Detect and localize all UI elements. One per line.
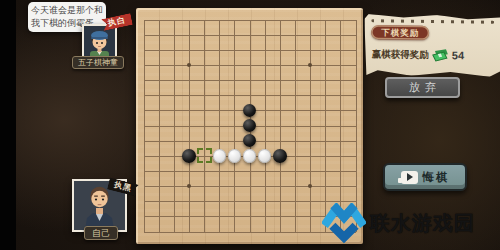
watermark-brand: 联水游戏园	[370, 210, 475, 237]
reward-description: 赢棋获得奖励	[372, 48, 429, 62]
grid-line	[310, 20, 311, 232]
star-point	[308, 184, 312, 188]
player-name: 自己	[84, 226, 118, 240]
grid-line	[356, 20, 357, 232]
left-letterbox	[0, 0, 16, 250]
star-point	[187, 184, 191, 188]
black-stone	[273, 149, 287, 163]
grid-line	[144, 171, 356, 172]
reward-amount: 54	[452, 49, 464, 61]
video-ad-icon	[401, 171, 418, 184]
game-screen: 今天谁会是那个和我下棋的倒霉蛋 执白 五子棋神童	[0, 0, 500, 250]
reward-panel: 下棋奖励 赢棋获得奖励 54	[364, 14, 500, 77]
undo-button-label: 悔棋	[423, 170, 450, 185]
grid-line	[265, 20, 266, 232]
white-stone	[228, 149, 242, 163]
black-stone	[182, 149, 196, 163]
black-stone	[243, 134, 257, 148]
star-point	[187, 63, 191, 67]
grid-line	[144, 186, 356, 187]
star-point	[308, 63, 312, 67]
cursor-marker	[197, 148, 212, 163]
money-icon	[432, 48, 449, 62]
reward-title-badge: 下棋奖励	[371, 25, 429, 40]
blue-m-logo	[322, 203, 366, 243]
grid-line	[280, 20, 281, 232]
grid-line	[325, 20, 326, 232]
white-stone	[243, 149, 257, 163]
undo-move-button[interactable]: 悔棋	[383, 163, 467, 191]
white-stone	[213, 149, 227, 163]
black-stone	[243, 119, 257, 133]
paper-stitches	[371, 19, 494, 24]
grid-line	[295, 20, 296, 232]
black-stone	[243, 104, 257, 118]
white-stone	[258, 149, 272, 163]
opponent-name: 五子棋神童	[72, 56, 124, 69]
grid-line	[340, 20, 341, 232]
give-up-button[interactable]: 放弃	[385, 77, 460, 98]
opponent-avatar	[84, 26, 115, 60]
watermark: 联水游戏园	[322, 203, 475, 243]
